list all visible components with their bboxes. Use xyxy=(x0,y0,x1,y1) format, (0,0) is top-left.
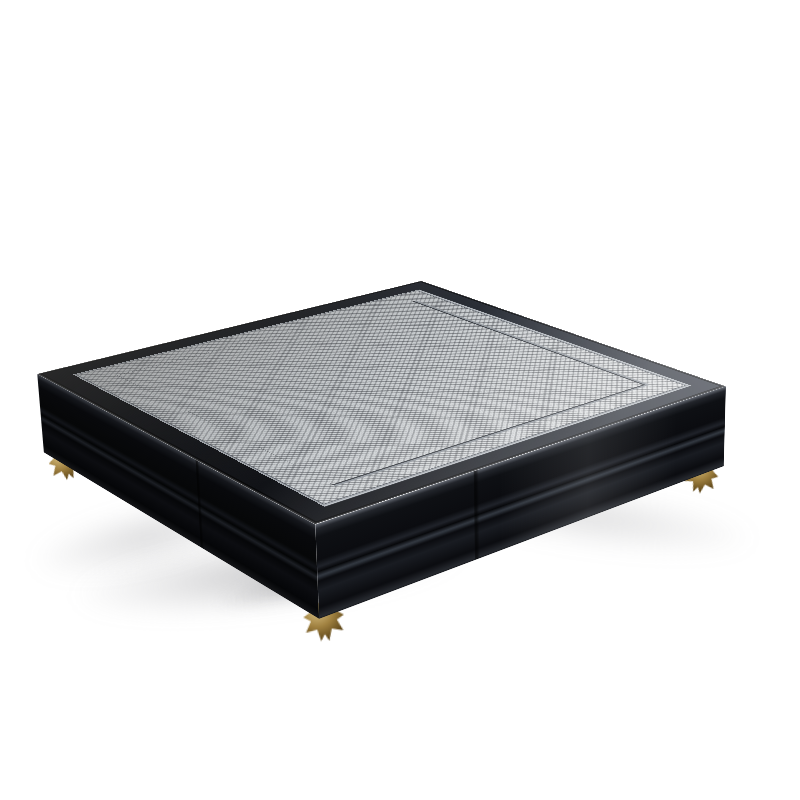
chess-set-photo xyxy=(0,0,800,800)
